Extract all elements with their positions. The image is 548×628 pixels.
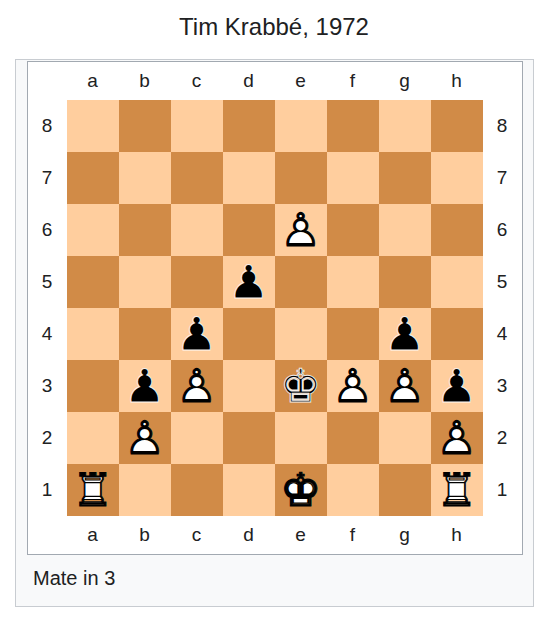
square-e7: [275, 152, 327, 204]
rank-labels-left: 87654321: [28, 100, 67, 516]
file-label-c: c: [171, 62, 223, 100]
file-label-a: a: [67, 516, 119, 554]
white-rook-a1: ♜♖: [67, 464, 119, 516]
square-c3: ♟♙: [171, 360, 223, 412]
square-f6: [327, 204, 379, 256]
square-a6: [67, 204, 119, 256]
square-f5: [327, 256, 379, 308]
square-c5: [171, 256, 223, 308]
square-a8: [67, 100, 119, 152]
black-king-icon: ♚: [275, 360, 327, 412]
square-e4: [275, 308, 327, 360]
file-labels-top: abcdefgh: [67, 62, 483, 100]
black-pawn-icon: ♟: [431, 360, 483, 412]
black-pawn-icon: ♟: [119, 360, 171, 412]
rank-label-8: 8: [28, 100, 67, 152]
black-pawn-c4: ♟: [171, 308, 223, 360]
square-b3: ♟: [119, 360, 171, 412]
rank-label-3: 3: [28, 360, 67, 412]
white-pawn-outline-icon: ♙: [327, 360, 379, 412]
white-rook-outline-icon: ♖: [67, 464, 119, 516]
square-g1: [379, 464, 431, 516]
square-d8: [223, 100, 275, 152]
square-a1: ♜♖: [67, 464, 119, 516]
rank-label-2: 2: [483, 412, 522, 464]
file-label-c: c: [171, 516, 223, 554]
rank-label-4: 4: [483, 308, 522, 360]
square-f3: ♟♙: [327, 360, 379, 412]
square-f1: [327, 464, 379, 516]
square-b2: ♟♙: [119, 412, 171, 464]
black-king-e3: ♚: [275, 360, 327, 412]
file-label-g: g: [379, 516, 431, 554]
square-c8: [171, 100, 223, 152]
white-pawn-e6: ♟♙: [275, 204, 327, 256]
file-label-e: e: [275, 62, 327, 100]
white-pawn-outline-icon: ♙: [119, 412, 171, 464]
rank-label-4: 4: [28, 308, 67, 360]
file-label-e: e: [275, 516, 327, 554]
white-pawn-outline-icon: ♙: [275, 204, 327, 256]
file-label-d: d: [223, 516, 275, 554]
square-d7: [223, 152, 275, 204]
caption: Mate in 3: [16, 555, 533, 590]
square-e5: [275, 256, 327, 308]
square-h7: [431, 152, 483, 204]
square-g2: [379, 412, 431, 464]
square-a5: [67, 256, 119, 308]
square-g4: ♟: [379, 308, 431, 360]
square-h5: [431, 256, 483, 308]
square-a4: [67, 308, 119, 360]
square-e3: ♚: [275, 360, 327, 412]
square-d1: [223, 464, 275, 516]
square-f7: [327, 152, 379, 204]
square-h8: [431, 100, 483, 152]
file-labels-bottom: abcdefgh: [67, 516, 483, 554]
square-c6: [171, 204, 223, 256]
white-pawn-outline-icon: ♙: [379, 360, 431, 412]
square-g8: [379, 100, 431, 152]
square-b4: [119, 308, 171, 360]
rank-label-8: 8: [483, 100, 522, 152]
board-panel: abcdefgh 87654321 ♟♙♟♟♟♟♟♙♚♟♙♟♙♟♟♙♟♙♜♖♚♔…: [27, 61, 523, 555]
square-e8: [275, 100, 327, 152]
white-pawn-c3: ♟♙: [171, 360, 223, 412]
black-pawn-icon: ♟: [379, 308, 431, 360]
square-g5: [379, 256, 431, 308]
square-g7: [379, 152, 431, 204]
rank-label-6: 6: [28, 204, 67, 256]
file-label-g: g: [379, 62, 431, 100]
square-a3: [67, 360, 119, 412]
square-f2: [327, 412, 379, 464]
black-pawn-d5: ♟: [223, 256, 275, 308]
square-h3: ♟: [431, 360, 483, 412]
square-b5: [119, 256, 171, 308]
square-c7: [171, 152, 223, 204]
corner-top-left: [28, 62, 67, 100]
square-b1: [119, 464, 171, 516]
rank-label-6: 6: [483, 204, 522, 256]
square-c2: [171, 412, 223, 464]
rank-labels-right: 87654321: [483, 100, 522, 516]
square-d4: [223, 308, 275, 360]
square-f8: [327, 100, 379, 152]
rank-label-1: 1: [28, 464, 67, 516]
rank-label-7: 7: [28, 152, 67, 204]
square-f4: [327, 308, 379, 360]
file-label-f: f: [327, 62, 379, 100]
white-pawn-g3: ♟♙: [379, 360, 431, 412]
rank-label-5: 5: [28, 256, 67, 308]
black-pawn-g4: ♟: [379, 308, 431, 360]
white-king-e1: ♚♔: [275, 464, 327, 516]
square-c1: [171, 464, 223, 516]
square-e6: ♟♙: [275, 204, 327, 256]
white-rook-outline-icon: ♖: [431, 464, 483, 516]
file-label-h: h: [431, 62, 483, 100]
white-pawn-outline-icon: ♙: [171, 360, 223, 412]
square-d2: [223, 412, 275, 464]
chess-board: ♟♙♟♟♟♟♟♙♚♟♙♟♙♟♟♙♟♙♜♖♚♔♜♖: [67, 100, 483, 516]
rank-label-5: 5: [483, 256, 522, 308]
square-a7: [67, 152, 119, 204]
file-label-b: b: [119, 516, 171, 554]
square-d6: [223, 204, 275, 256]
corner-bottom-right: [483, 516, 522, 554]
square-h1: ♜♖: [431, 464, 483, 516]
white-pawn-outline-icon: ♙: [431, 412, 483, 464]
square-b8: [119, 100, 171, 152]
page-title: Tim Krabbé, 1972: [0, 0, 548, 59]
square-c4: ♟: [171, 308, 223, 360]
square-e1: ♚♔: [275, 464, 327, 516]
square-a2: [67, 412, 119, 464]
rank-label-2: 2: [28, 412, 67, 464]
rank-label-1: 1: [483, 464, 522, 516]
corner-top-right: [483, 62, 522, 100]
diagram-frame: abcdefgh 87654321 ♟♙♟♟♟♟♟♙♚♟♙♟♙♟♟♙♟♙♜♖♚♔…: [15, 59, 534, 607]
square-g6: [379, 204, 431, 256]
black-pawn-h3: ♟: [431, 360, 483, 412]
square-g3: ♟♙: [379, 360, 431, 412]
square-d3: [223, 360, 275, 412]
file-label-a: a: [67, 62, 119, 100]
square-h2: ♟♙: [431, 412, 483, 464]
square-d5: ♟: [223, 256, 275, 308]
rank-label-7: 7: [483, 152, 522, 204]
black-pawn-b3: ♟: [119, 360, 171, 412]
white-pawn-b2: ♟♙: [119, 412, 171, 464]
file-label-b: b: [119, 62, 171, 100]
square-b6: [119, 204, 171, 256]
rank-label-3: 3: [483, 360, 522, 412]
square-h4: [431, 308, 483, 360]
white-rook-h1: ♜♖: [431, 464, 483, 516]
white-pawn-f3: ♟♙: [327, 360, 379, 412]
black-pawn-icon: ♟: [223, 256, 275, 308]
square-h6: [431, 204, 483, 256]
file-label-f: f: [327, 516, 379, 554]
square-b7: [119, 152, 171, 204]
square-e2: [275, 412, 327, 464]
file-label-h: h: [431, 516, 483, 554]
corner-bottom-left: [28, 516, 67, 554]
white-pawn-h2: ♟♙: [431, 412, 483, 464]
file-label-d: d: [223, 62, 275, 100]
white-king-outline-icon: ♔: [275, 464, 327, 516]
black-pawn-icon: ♟: [171, 308, 223, 360]
